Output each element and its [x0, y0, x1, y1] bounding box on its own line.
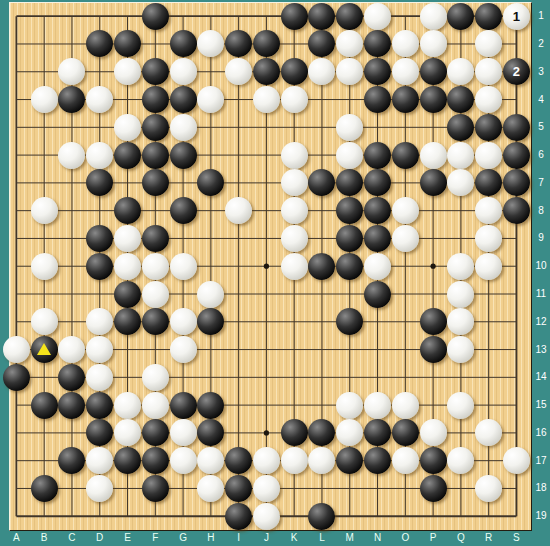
white-stone-J17: [253, 447, 280, 474]
black-stone-L1: [308, 3, 335, 30]
black-stone-F16: [142, 419, 169, 446]
white-stone-R4: [475, 86, 502, 113]
black-stone-P4: [420, 86, 447, 113]
black-stone-P3: [420, 58, 447, 85]
white-stone-F11: [142, 281, 169, 308]
coordinate-label-row-1: 1: [538, 11, 544, 21]
black-stone-N4: [364, 86, 391, 113]
white-stone-O3: [392, 58, 419, 85]
black-stone-A14: [3, 364, 30, 391]
black-stone-F7: [142, 169, 169, 196]
black-stone-F5: [142, 114, 169, 141]
black-stone-N17: [364, 447, 391, 474]
black-stone-J3: [253, 58, 280, 85]
coordinate-label-col-O: O: [401, 533, 409, 543]
coordinate-label-col-E: E: [124, 533, 131, 543]
black-stone-D15: [86, 392, 113, 419]
coordinate-label-row-8: 8: [538, 206, 544, 216]
white-stone-A13: [3, 336, 30, 363]
white-stone-E10: [114, 253, 141, 280]
black-stone-P12: [420, 308, 447, 335]
move-number-label: 1: [513, 10, 520, 23]
coordinate-label-col-N: N: [374, 533, 381, 543]
black-stone-K16: [281, 419, 308, 446]
coordinate-label-col-I: I: [237, 533, 240, 543]
coordinate-label-col-C: C: [68, 533, 75, 543]
white-stone-N15: [364, 392, 391, 419]
white-stone-O9: [392, 225, 419, 252]
coordinate-label-col-J: J: [264, 533, 269, 543]
black-stone-F6: [142, 142, 169, 169]
coordinate-label-col-G: G: [179, 533, 187, 543]
coordinate-label-row-3: 3: [538, 67, 544, 77]
white-stone-G5: [170, 114, 197, 141]
black-stone-G2: [170, 30, 197, 57]
white-stone-B8: [31, 197, 58, 224]
white-stone-G10: [170, 253, 197, 280]
black-stone-N11: [364, 281, 391, 308]
black-stone-R1: [475, 3, 502, 30]
coordinate-label-col-S: S: [513, 533, 520, 543]
coordinate-label-col-L: L: [319, 533, 325, 543]
white-stone-M5: [336, 114, 363, 141]
coordinate-label-col-A: A: [13, 533, 20, 543]
black-stone-E6: [114, 142, 141, 169]
white-stone-F14: [142, 364, 169, 391]
white-stone-G13: [170, 336, 197, 363]
black-stone-R5: [475, 114, 502, 141]
white-stone-D6: [86, 142, 113, 169]
coordinate-label-row-7: 7: [538, 178, 544, 188]
black-stone-M9: [336, 225, 363, 252]
triangle-marker: [37, 343, 51, 355]
white-stone-Q10: [447, 253, 474, 280]
black-stone-G4: [170, 86, 197, 113]
black-stone-B13: [31, 336, 58, 363]
white-stone-G17: [170, 447, 197, 474]
coordinate-label-row-11: 11: [536, 289, 546, 299]
white-stone-O17: [392, 447, 419, 474]
black-stone-N6: [364, 142, 391, 169]
coordinate-label-col-B: B: [41, 533, 48, 543]
white-stone-S17: [503, 447, 530, 474]
coordinate-label-col-K: K: [291, 533, 298, 543]
black-stone-D9: [86, 225, 113, 252]
white-stone-P6: [420, 142, 447, 169]
coordinate-label-row-13: 13: [535, 345, 546, 355]
black-stone-F18: [142, 475, 169, 502]
white-stone-B12: [31, 308, 58, 335]
white-stone-F10: [142, 253, 169, 280]
coordinate-label-row-2: 2: [538, 39, 544, 49]
white-stone-E5: [114, 114, 141, 141]
white-stone-D14: [86, 364, 113, 391]
coordinate-label-row-17: 17: [535, 456, 546, 466]
black-stone-O16: [392, 419, 419, 446]
coordinate-label-col-R: R: [485, 533, 492, 543]
star-point: [264, 430, 269, 435]
coordinate-label-row-15: 15: [535, 400, 546, 410]
black-stone-E17: [114, 447, 141, 474]
white-stone-Q11: [447, 281, 474, 308]
black-stone-E8: [114, 197, 141, 224]
white-stone-P16: [420, 419, 447, 446]
white-stone-K17: [281, 447, 308, 474]
black-stone-F1: [142, 3, 169, 30]
black-stone-B18: [31, 475, 58, 502]
black-stone-M10: [336, 253, 363, 280]
white-stone-R18: [475, 475, 502, 502]
black-stone-C15: [58, 392, 85, 419]
black-stone-L10: [308, 253, 335, 280]
white-stone-P2: [420, 30, 447, 57]
black-stone-G15: [170, 392, 197, 419]
black-stone-G8: [170, 197, 197, 224]
white-stone-P1: [420, 3, 447, 30]
white-stone-N1: [364, 3, 391, 30]
black-stone-F17: [142, 447, 169, 474]
coordinate-label-col-M: M: [346, 533, 354, 543]
black-stone-I18: [225, 475, 252, 502]
black-stone-P18: [420, 475, 447, 502]
coordinate-label-row-19: 19: [535, 511, 546, 521]
coordinate-label-row-5: 5: [538, 122, 544, 132]
black-stone-B15: [31, 392, 58, 419]
go-board-frame: 12 ABCDEFGHIJKLMNOPQRS123456789101112131…: [0, 0, 550, 546]
white-stone-H11: [197, 281, 224, 308]
coordinate-label-row-9: 9: [538, 233, 544, 243]
white-stone-O8: [392, 197, 419, 224]
black-stone-K3: [281, 58, 308, 85]
black-stone-S8: [503, 197, 530, 224]
white-stone-K6: [281, 142, 308, 169]
white-stone-G3: [170, 58, 197, 85]
black-stone-P7: [420, 169, 447, 196]
black-stone-O4: [392, 86, 419, 113]
white-stone-B10: [31, 253, 58, 280]
white-stone-Q6: [447, 142, 474, 169]
white-stone-K10: [281, 253, 308, 280]
coordinate-label-col-Q: Q: [457, 533, 465, 543]
coordinate-label-row-4: 4: [538, 95, 544, 105]
coordinate-label-row-16: 16: [535, 428, 546, 438]
white-stone-K8: [281, 197, 308, 224]
black-stone-F12: [142, 308, 169, 335]
black-stone-E11: [114, 281, 141, 308]
black-stone-D10: [86, 253, 113, 280]
white-stone-N10: [364, 253, 391, 280]
black-stone-I19: [225, 503, 252, 530]
black-stone-N8: [364, 197, 391, 224]
coordinate-label-row-14: 14: [535, 372, 546, 382]
coordinate-label-row-10: 10: [535, 261, 546, 271]
white-stone-J19: [253, 503, 280, 530]
white-stone-Q15: [447, 392, 474, 419]
coordinate-label-col-P: P: [430, 533, 437, 543]
white-stone-E9: [114, 225, 141, 252]
coordinate-label-row-6: 6: [538, 150, 544, 160]
white-stone-G12: [170, 308, 197, 335]
black-stone-K1: [281, 3, 308, 30]
black-stone-P13: [420, 336, 447, 363]
white-stone-S1: 1: [503, 3, 530, 30]
white-stone-M15: [336, 392, 363, 419]
black-stone-S6: [503, 142, 530, 169]
coordinate-label-col-D: D: [96, 533, 103, 543]
move-number-label: 2: [513, 65, 520, 78]
black-stone-O6: [392, 142, 419, 169]
white-stone-O15: [392, 392, 419, 419]
white-stone-D18: [86, 475, 113, 502]
coordinate-label-row-12: 12: [535, 317, 546, 327]
white-stone-M6: [336, 142, 363, 169]
black-stone-S5: [503, 114, 530, 141]
coordinate-label-col-F: F: [152, 533, 158, 543]
black-stone-F9: [142, 225, 169, 252]
star-point: [264, 264, 269, 269]
black-stone-S3: 2: [503, 58, 530, 85]
black-stone-Q1: [447, 3, 474, 30]
white-stone-R6: [475, 142, 502, 169]
white-stone-K4: [281, 86, 308, 113]
white-stone-C6: [58, 142, 85, 169]
white-stone-E15: [114, 392, 141, 419]
black-stone-G6: [170, 142, 197, 169]
black-stone-F4: [142, 86, 169, 113]
white-stone-G16: [170, 419, 197, 446]
black-stone-N9: [364, 225, 391, 252]
star-point: [431, 264, 436, 269]
black-stone-M1: [336, 3, 363, 30]
white-stone-K7: [281, 169, 308, 196]
white-stone-J4: [253, 86, 280, 113]
white-stone-R9: [475, 225, 502, 252]
black-stone-F3: [142, 58, 169, 85]
black-stone-H15: [197, 392, 224, 419]
white-stone-B4: [31, 86, 58, 113]
coordinate-label-col-H: H: [207, 533, 214, 543]
white-stone-K9: [281, 225, 308, 252]
black-stone-P17: [420, 447, 447, 474]
white-stone-R10: [475, 253, 502, 280]
coordinate-label-row-18: 18: [535, 483, 546, 493]
white-stone-F15: [142, 392, 169, 419]
white-stone-J18: [253, 475, 280, 502]
black-stone-Q5: [447, 114, 474, 141]
